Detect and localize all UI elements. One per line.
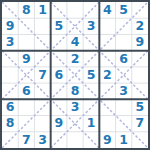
cell-r1c1-empty[interactable]: [2, 2, 18, 18]
cell-r8c8-empty[interactable]: [116, 116, 132, 132]
cell-r6c8-given[interactable]: 3: [116, 83, 132, 99]
cell-r9c6-empty[interactable]: [83, 132, 99, 148]
cell-r8c5-empty[interactable]: [67, 116, 83, 132]
cell-r2c5-empty[interactable]: [67, 18, 83, 34]
cell-r8c2-empty[interactable]: [18, 116, 34, 132]
cell-r4c6-empty[interactable]: [83, 51, 99, 67]
cell-r6c2-given[interactable]: 6: [18, 83, 34, 99]
cell-r2c3-empty[interactable]: [34, 18, 50, 34]
cell-r2c1-given[interactable]: 9: [2, 18, 18, 34]
cell-r9c1-empty[interactable]: [2, 132, 18, 148]
cell-r7c8-empty[interactable]: [116, 99, 132, 115]
cell-r8c4-given[interactable]: 9: [51, 116, 67, 132]
cell-r8c7-empty[interactable]: [99, 116, 115, 132]
cell-r3c2-empty[interactable]: [18, 34, 34, 50]
cell-r7c3-empty[interactable]: [34, 99, 50, 115]
cell-r2c4-given[interactable]: 5: [51, 18, 67, 34]
cell-r2c2-empty[interactable]: [18, 18, 34, 34]
cell-r3c7-empty[interactable]: [99, 34, 115, 50]
cell-r3c5-given[interactable]: 4: [67, 34, 83, 50]
cell-r2c6-given[interactable]: 3: [83, 18, 99, 34]
cell-r1c3-given[interactable]: 1: [34, 2, 50, 18]
cell-r9c7-given[interactable]: 9: [99, 132, 115, 148]
cell-r6c5-given[interactable]: 8: [67, 83, 83, 99]
cell-r1c6-empty[interactable]: [83, 2, 99, 18]
cell-r7c1-given[interactable]: 6: [2, 99, 18, 115]
cell-r1c9-empty[interactable]: [132, 2, 148, 18]
cell-r5c8-empty[interactable]: [116, 67, 132, 83]
cell-r5c2-empty[interactable]: [18, 67, 34, 83]
cell-r7c2-empty[interactable]: [18, 99, 34, 115]
cell-r7c6-empty[interactable]: [83, 99, 99, 115]
cell-r3c6-empty[interactable]: [83, 34, 99, 50]
cell-r4c9-empty[interactable]: [132, 51, 148, 67]
cell-r6c6-empty[interactable]: [83, 83, 99, 99]
cell-r1c5-empty[interactable]: [67, 2, 83, 18]
cell-r3c8-empty[interactable]: [116, 34, 132, 50]
cell-r4c7-empty[interactable]: [99, 51, 115, 67]
cell-r4c1-empty[interactable]: [2, 51, 18, 67]
cell-r7c9-given[interactable]: 5: [132, 99, 148, 115]
cell-r7c4-empty[interactable]: [51, 99, 67, 115]
sudoku-cells-grid: 81459532349926765268363589177391: [2, 2, 148, 148]
cell-r1c4-empty[interactable]: [51, 2, 67, 18]
cell-r4c4-empty[interactable]: [51, 51, 67, 67]
cell-r7c7-empty[interactable]: [99, 99, 115, 115]
cell-r6c7-empty[interactable]: [99, 83, 115, 99]
cell-r5c1-empty[interactable]: [2, 67, 18, 83]
cell-r6c3-empty[interactable]: [34, 83, 50, 99]
cell-r7c5-given[interactable]: 3: [67, 99, 83, 115]
cell-r3c1-given[interactable]: 3: [2, 34, 18, 50]
cell-r4c8-given[interactable]: 6: [116, 51, 132, 67]
cell-r3c3-empty[interactable]: [34, 34, 50, 50]
cell-r5c4-given[interactable]: 6: [51, 67, 67, 83]
cell-r5c5-empty[interactable]: [67, 67, 83, 83]
cell-r6c1-empty[interactable]: [2, 83, 18, 99]
cell-r5c6-given[interactable]: 5: [83, 67, 99, 83]
cell-r5c3-given[interactable]: 7: [34, 67, 50, 83]
cell-r4c5-given[interactable]: 2: [67, 51, 83, 67]
cell-r9c8-given[interactable]: 1: [116, 132, 132, 148]
cell-r1c8-given[interactable]: 5: [116, 2, 132, 18]
cell-r4c3-empty[interactable]: [34, 51, 50, 67]
cell-r8c6-given[interactable]: 1: [83, 116, 99, 132]
cell-r4c2-given[interactable]: 9: [18, 51, 34, 67]
cell-r2c9-given[interactable]: 2: [132, 18, 148, 34]
cell-r8c3-empty[interactable]: [34, 116, 50, 132]
cell-r8c1-given[interactable]: 8: [2, 116, 18, 132]
cell-r2c8-empty[interactable]: [116, 18, 132, 34]
cell-r5c9-empty[interactable]: [132, 67, 148, 83]
cell-r5c7-given[interactable]: 2: [99, 67, 115, 83]
cell-r9c4-empty[interactable]: [51, 132, 67, 148]
cell-r6c9-empty[interactable]: [132, 83, 148, 99]
cell-r2c7-empty[interactable]: [99, 18, 115, 34]
cell-r9c3-given[interactable]: 3: [34, 132, 50, 148]
sudoku-board: 81459532349926765268363589177391: [0, 0, 150, 150]
cell-r1c7-given[interactable]: 4: [99, 2, 115, 18]
cell-r9c2-given[interactable]: 7: [18, 132, 34, 148]
cell-r6c4-empty[interactable]: [51, 83, 67, 99]
cell-r3c9-given[interactable]: 9: [132, 34, 148, 50]
cell-r3c4-empty[interactable]: [51, 34, 67, 50]
cell-r8c9-given[interactable]: 7: [132, 116, 148, 132]
cell-r9c5-empty[interactable]: [67, 132, 83, 148]
cell-r9c9-empty[interactable]: [132, 132, 148, 148]
cell-r1c2-given[interactable]: 8: [18, 2, 34, 18]
